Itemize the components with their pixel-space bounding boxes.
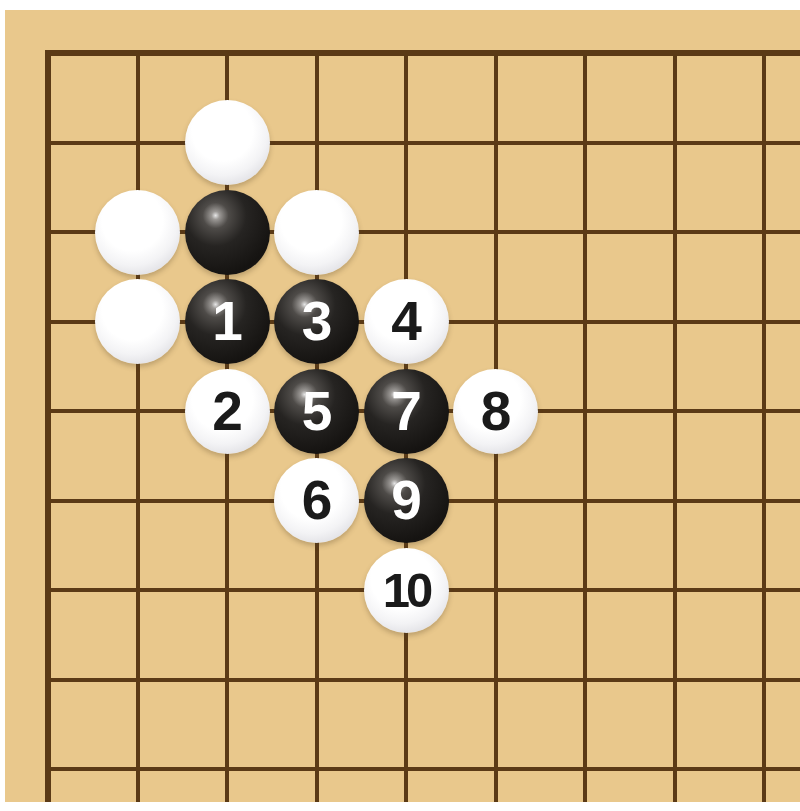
stone-black-move-1[interactable]: 1 bbox=[185, 279, 270, 364]
stone-label: 3 bbox=[302, 294, 332, 349]
stone-label: 8 bbox=[481, 384, 511, 439]
stone-white-move-4[interactable]: 4 bbox=[364, 279, 449, 364]
go-board[interactable]: 13425786910 bbox=[5, 10, 800, 802]
stone-label: 10 bbox=[383, 566, 430, 615]
stone-white[interactable] bbox=[185, 100, 270, 185]
stone-white-move-10[interactable]: 10 bbox=[364, 548, 449, 633]
stone-black-move-3[interactable]: 3 bbox=[274, 279, 359, 364]
stone-white[interactable] bbox=[95, 190, 180, 275]
stone-label: 9 bbox=[391, 473, 421, 528]
stone-label: 7 bbox=[391, 384, 421, 439]
stone-white-move-6[interactable]: 6 bbox=[274, 458, 359, 543]
stone-black[interactable] bbox=[185, 190, 270, 275]
stone-white[interactable] bbox=[274, 190, 359, 275]
stone-black-move-7[interactable]: 7 bbox=[364, 369, 449, 454]
go-diagram-page: 13425786910 bbox=[0, 0, 800, 811]
stone-label: 1 bbox=[212, 294, 242, 349]
stone-white-move-2[interactable]: 2 bbox=[185, 369, 270, 454]
stone-white-move-8[interactable]: 8 bbox=[453, 369, 538, 454]
stone-label: 4 bbox=[391, 294, 421, 349]
stone-white[interactable] bbox=[95, 279, 180, 364]
stone-label: 6 bbox=[302, 473, 332, 528]
stone-label: 5 bbox=[302, 384, 332, 439]
stone-label: 2 bbox=[212, 384, 242, 439]
stone-black-move-9[interactable]: 9 bbox=[364, 458, 449, 543]
stones-layer: 13425786910 bbox=[5, 10, 800, 802]
stone-black-move-5[interactable]: 5 bbox=[274, 369, 359, 454]
